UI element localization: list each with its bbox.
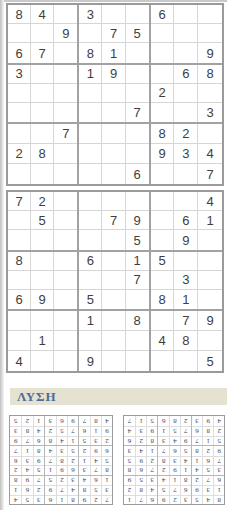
sudoku-grid-bottom-cell-r7c5[interactable] [102, 311, 125, 331]
sudoku-box: 869 [8, 252, 79, 312]
solution-grid-left-cell-r4c6: 1 [45, 465, 56, 474]
solution-grid-left-cell-r1c4: 8 [67, 495, 78, 504]
sudoku-grid-bottom-cell-r5c8[interactable]: 3 [174, 271, 198, 290]
sudoku-grid-bottom-cell-r2c7[interactable] [151, 211, 175, 230]
solution-grid-right-cell-r1c4: 3 [180, 495, 191, 504]
sudoku-grid-top-cell-r7c7[interactable]: 8 [151, 124, 175, 144]
sudoku-grid-top-cell-r6c4[interactable] [79, 103, 102, 122]
solution-grid-right-cell-r4c9: 8 [124, 465, 135, 474]
solution-grid-left-cell-r8c9: 3 [10, 426, 21, 436]
solution-grid-right-cell-r3c8: 5 [135, 476, 146, 485]
sudoku-grid-bottom-cell-r4c4[interactable]: 6 [79, 252, 102, 271]
sudoku-grid-top-cell-r3c3[interactable] [54, 43, 77, 62]
solution-grid-right-cell-r5c3: 1 [192, 456, 203, 465]
solution-grid-right-cell-r8c9: 4 [124, 426, 135, 436]
sudoku-grid-bottom-cell-r2c9[interactable]: 1 [198, 211, 222, 230]
sudoku-grid-bottom-cell-r2c5[interactable]: 7 [102, 211, 125, 230]
sudoku-grid-bottom-cell-r1c5[interactable] [102, 192, 125, 211]
sudoku-grid-bottom-cell-r1c8[interactable] [174, 192, 198, 211]
sudoku-grid-top-cell-r7c1[interactable] [8, 124, 31, 144]
sudoku-grid-top-cell-r3c4[interactable]: 8 [79, 43, 102, 62]
sudoku-grid-bottom-cell-r7c1[interactable] [8, 311, 31, 331]
solution-grid-right-cell-r7c5: 4 [169, 436, 180, 446]
sudoku-box: 4619 [151, 192, 222, 252]
solution-grid-left-cell-r5c1: 5 [101, 456, 112, 465]
solution-grid-left-cell-r5c6: 7 [45, 456, 56, 465]
sudoku-grid-top-cell-r5c2[interactable] [31, 84, 54, 103]
sudoku-grid-top-cell-r4c2[interactable] [31, 65, 54, 84]
solution-grid-right-cell-r9c6: 6 [158, 416, 169, 426]
solution-grid-right: 8451396723296758146714823593547619281924… [123, 415, 225, 505]
solution-grid-left-cell-r9c9: 5 [10, 416, 21, 426]
sudoku-grid-top-cell-r2c5[interactable]: 7 [102, 24, 125, 43]
solution-grid-left-cell-r3c1: 1 [101, 476, 112, 485]
sudoku-grid-bottom-cell-r8c8[interactable]: 8 [174, 331, 198, 351]
solution-grid-left-cell-r1c9: 4 [10, 495, 21, 504]
solution-grid-left-cell-r6c2: 9 [90, 446, 101, 455]
sudoku-grid-top-cell-r6c5[interactable] [102, 103, 125, 122]
sudoku-grid-bottom-cell-r3c9[interactable] [198, 230, 222, 249]
sudoku-grid-bottom-cell-r5c9[interactable] [198, 271, 222, 290]
sudoku-grid-bottom-cell-r8c7[interactable]: 4 [151, 331, 175, 351]
sudoku-grid-bottom-cell-r4c5[interactable] [102, 252, 125, 271]
solution-grid-right-cell-r6c4: 5 [180, 446, 191, 455]
solution-grid-right-cell-r8c1: 2 [213, 426, 224, 436]
solution-grid-left-cell-r2c1: 3 [101, 485, 112, 494]
sudoku-box: 79485 [151, 311, 222, 371]
sudoku-grid-top-cell-r3c5[interactable]: 1 [102, 43, 125, 62]
sudoku-grid-bottom-cell-r9c2[interactable] [31, 351, 54, 371]
sudoku-grid-bottom-cell-r6c7[interactable]: 8 [151, 290, 175, 309]
sudoku-grid-top-cell-r8c2[interactable]: 8 [31, 144, 54, 164]
sudoku-box: 691287534 [44, 445, 78, 474]
solution-grid-left-cell-r4c9: 2 [10, 465, 21, 474]
sudoku-grid-top-cell-r6c8[interactable] [174, 103, 198, 122]
solution-grid-right-cell-r2c7: 4 [146, 485, 157, 494]
solution-grid-right-cell-r2c6: 5 [158, 485, 169, 494]
sudoku-grid-bottom-cell-r3c7[interactable] [151, 230, 175, 249]
sudoku-grid-top-cell-r7c3[interactable]: 7 [54, 124, 77, 144]
sudoku-box: 542936817 [10, 445, 44, 474]
solution-grid-left-cell-r7c2: 3 [90, 436, 101, 446]
solution-grid-left-cell-r9c2: 8 [90, 416, 101, 426]
sudoku-grid-top-cell-r4c3[interactable] [54, 65, 77, 84]
sudoku-grid-bottom-cell-r6c4[interactable]: 5 [79, 290, 102, 309]
sudoku-grid-top-cell-r8c6[interactable] [126, 144, 149, 164]
solution-grid-right-cell-r7c9: 6 [124, 436, 135, 446]
sudoku-grid-bottom-cell-r8c3[interactable] [54, 331, 77, 351]
sudoku-grid-bottom-cell-r9c8[interactable] [174, 351, 198, 371]
sudoku-grid-top-cell-r8c7[interactable]: 9 [151, 144, 175, 164]
sudoku-grid-bottom-cell-r4c3[interactable] [54, 252, 77, 271]
solution-grid-right-cell-r9c1: 4 [213, 416, 224, 426]
solution-grid-left-cell-r1c5: 1 [56, 495, 67, 504]
sudoku-grid-top-cell-r9c7[interactable] [151, 164, 175, 184]
sudoku-grid-bottom-cell-r7c9[interactable]: 9 [198, 311, 222, 331]
solutions-title: ΛΥΣΗ [10, 389, 57, 405]
sudoku-grid-top-cell-r8c5[interactable] [102, 144, 125, 164]
sudoku-box: 6 [79, 124, 150, 184]
sudoku-grid-top-cell-r1c3[interactable] [54, 5, 77, 24]
sudoku-grid-top-cell-r8c4[interactable] [79, 144, 102, 164]
sudoku-grid-bottom-cell-r4c8[interactable] [174, 252, 198, 271]
sudoku-grid-bottom-cell-r6c9[interactable] [198, 290, 222, 309]
sudoku-grid-top-cell-r8c9[interactable]: 4 [198, 144, 222, 164]
solution-grid-right-cell-r4c8: 6 [135, 465, 146, 474]
solution-grid-right-cell-r8c2: 8 [202, 426, 213, 436]
sudoku-grid-top-cell-r9c5[interactable] [102, 164, 125, 184]
sudoku-box: 725 [8, 192, 79, 252]
solution-grid-right-cell-r2c3: 9 [192, 485, 203, 494]
solution-grid-right-cell-r9c4: 2 [180, 416, 191, 426]
sudoku-grid-bottom-cell-r6c6[interactable] [126, 290, 149, 309]
sudoku-grid-bottom-cell-r9c5[interactable] [102, 351, 125, 371]
sudoku-grid-bottom-cell-r2c2[interactable]: 5 [31, 211, 54, 230]
sudoku-grid-bottom-cell-r7c3[interactable] [54, 311, 77, 331]
sudoku-grid-bottom-cell-r8c5[interactable] [102, 331, 125, 351]
solution-grid-right-cell-r7c8: 2 [135, 436, 146, 446]
sudoku-grid-top-cell-r9c1[interactable] [8, 164, 31, 184]
sudoku-grid-top-cell-r7c2[interactable] [31, 124, 54, 144]
solution-grid-left-cell-r4c8: 4 [21, 465, 32, 474]
solution-grid-right-cell-r6c1: 9 [213, 446, 224, 455]
sudoku-grid-bottom-cell-r2c3[interactable] [54, 211, 77, 230]
solution-grid-right-cell-r5c5: 3 [169, 456, 180, 465]
sudoku-grid-bottom-cell-r6c1[interactable]: 6 [8, 290, 31, 309]
sudoku-grid-top-cell-r1c1[interactable]: 8 [8, 5, 31, 24]
sudoku-grid-top-cell-r2c6[interactable]: 5 [126, 24, 149, 43]
sudoku-grid-bottom-cell-r1c7[interactable] [151, 192, 175, 211]
sudoku-grid-bottom-cell-r4c6[interactable]: 1 [126, 252, 149, 271]
solution-grid-left-cell-r8c8: 8 [21, 426, 32, 436]
solution-grid-left-cell-r7c6: 8 [45, 436, 56, 446]
sudoku-grid-bottom-cell-r6c2[interactable]: 9 [31, 290, 54, 309]
solution-grid-right-cell-r1c6: 9 [158, 495, 169, 504]
sudoku-grid-top-cell-r5c9[interactable] [198, 84, 222, 103]
sudoku-grid-bottom-cell-r2c8[interactable]: 6 [174, 211, 198, 230]
solution-grid-left-cell-r5c8: 3 [21, 456, 32, 465]
sudoku-grid-top-cell-r6c3[interactable] [54, 103, 77, 122]
sudoku-grid-top-cell-r9c6[interactable]: 6 [126, 164, 149, 184]
sudoku-grid-bottom-cell-r1c9[interactable]: 4 [198, 192, 222, 211]
solution-grid-right-cell-r5c7: 2 [146, 456, 157, 465]
solution-grid-left-cell-r5c2: 4 [90, 456, 101, 465]
sudoku-grid-bottom-cell-r1c3[interactable] [54, 192, 77, 211]
sudoku-grid-bottom-cell-r9c9[interactable]: 5 [198, 351, 222, 371]
sudoku-box: 816479325 [44, 475, 78, 504]
sudoku-grid-top-cell-r8c8[interactable]: 3 [174, 144, 198, 164]
sudoku-grid-top-cell-r3c6[interactable] [126, 43, 149, 62]
sudoku-grid-top-cell-r1c4[interactable]: 3 [79, 5, 102, 24]
solution-grid-left-cell-r8c1: 9 [101, 426, 112, 436]
solution-grid-right-cell-r1c1: 8 [213, 495, 224, 504]
sudoku-box: 6823 [151, 65, 222, 125]
sudoku-grid-top-cell-r2c8[interactable] [174, 24, 198, 43]
sudoku-grid-top-cell-r3c7[interactable] [151, 43, 175, 62]
solution-grid-left-cell-r3c6: 5 [45, 476, 56, 485]
solution-grid-right-cell-r3c6: 4 [158, 476, 169, 485]
sudoku-grid-bottom-cell-r9c4[interactable]: 9 [79, 351, 102, 371]
solution-grid-right-cell-r1c7: 6 [146, 495, 157, 504]
sudoku-grid-top-cell-r9c2[interactable] [31, 164, 54, 184]
solution-grid-right-cell-r9c2: 9 [202, 416, 213, 426]
sudoku-grid-bottom-cell-r4c2[interactable] [31, 252, 54, 271]
sudoku-grid-bottom-cell-r8c4[interactable] [79, 331, 102, 351]
solution-grid-right-cell-r5c4: 4 [180, 456, 191, 465]
solution-grid-right-cell-r3c3: 2 [192, 476, 203, 485]
solution-grid-left-cell-r1c7: 3 [33, 495, 44, 504]
sudoku-grid-bottom-cell-r5c6[interactable]: 7 [126, 271, 149, 290]
sudoku-grid-top-cell-r4c4[interactable]: 1 [79, 65, 102, 84]
sudoku-box: 795 [79, 192, 150, 252]
solution-grid-left-cell-r4c1: 8 [101, 465, 112, 474]
sudoku-grid-top-cell-r4c7[interactable] [151, 65, 175, 84]
sudoku-grid-top-cell-r3c2[interactable]: 7 [31, 43, 54, 62]
sudoku-grid-bottom-cell-r1c2[interactable]: 2 [31, 192, 54, 211]
solution-grid-left-cell-r1c1: 7 [101, 495, 112, 504]
solution-grid-right-cell-r5c9: 5 [124, 456, 135, 465]
sudoku-box: 5381 [151, 252, 222, 312]
sudoku-grid-bottom-cell-r6c3[interactable] [54, 290, 77, 309]
sudoku-grid-top-cell-r1c5[interactable] [102, 5, 125, 24]
solution-grid-left-cell-r1c3: 9 [79, 495, 90, 504]
sudoku-grid-top-cell-r4c9[interactable]: 8 [198, 65, 222, 84]
sudoku-grid-top-cell-r1c7[interactable]: 6 [151, 5, 175, 24]
sudoku-grid-bottom-cell-r5c3[interactable] [54, 271, 77, 290]
sudoku-grid-bottom-cell-r3c8[interactable]: 9 [174, 230, 198, 249]
sudoku-grid-bottom-cell-r9c6[interactable] [126, 351, 149, 371]
sudoku-grid-top-cell-r2c3[interactable]: 9 [54, 24, 77, 43]
solution-grid-left-cell-r5c7: 9 [33, 456, 44, 465]
sudoku-box: 197 [79, 65, 150, 125]
sudoku-box: 829347 [151, 124, 222, 184]
solution-grid-right-cell-r3c2: 7 [202, 476, 213, 485]
sudoku-grid-top-cell-r7c5[interactable] [102, 124, 125, 144]
sudoku-grid-top-cell-r1c8[interactable] [174, 5, 198, 24]
sudoku-grid-top-cell-r2c7[interactable] [151, 24, 175, 43]
solution-grid-left-cell-r9c7: 1 [33, 416, 44, 426]
sudoku-grid-top-cell-r7c6[interactable] [126, 124, 149, 144]
sudoku-grid-top-cell-r5c3[interactable] [54, 84, 77, 103]
sudoku-grid-bottom-cell-r6c8[interactable]: 1 [174, 290, 198, 309]
solution-grid-right-cell-r6c9: 3 [124, 446, 135, 455]
sudoku-grid-bottom-cell-r2c1[interactable] [8, 211, 31, 230]
sudoku-grid-top-cell-r5c6[interactable] [126, 84, 149, 103]
solution-grid-left-cell-r2c6: 9 [45, 485, 56, 494]
sudoku-grid-top-cell-r9c8[interactable] [174, 164, 198, 184]
sudoku-grid-bottom-cell-r5c5[interactable] [102, 271, 125, 290]
sudoku-grid-top-cell-r1c9[interactable] [198, 5, 222, 24]
sudoku-grid-top-cell-r4c6[interactable] [126, 65, 149, 84]
sudoku-grid-top-cell-r4c1[interactable]: 3 [8, 65, 31, 84]
solution-grid-left-cell-r3c9: 8 [10, 476, 21, 485]
solution-grid-right-cell-r1c9: 1 [124, 495, 135, 504]
solution-grid-right-cell-r5c8: 9 [135, 456, 146, 465]
solution-grid-left-cell-r9c8: 2 [21, 416, 32, 426]
solution-grid-right-cell-r7c1: 5 [213, 436, 224, 446]
sudoku-grid-bottom-cell-r5c2[interactable] [31, 271, 54, 290]
sudoku-grid-top-cell-r6c6[interactable]: 7 [126, 103, 149, 122]
sudoku-box: 235916487 [78, 416, 112, 445]
sudoku-grid-bottom-cell-r7c8[interactable]: 7 [174, 311, 198, 331]
solution-grid-right-cell-r8c3: 6 [192, 426, 203, 436]
solution-grid-right-cell-r8c7: 9 [146, 426, 157, 436]
sudoku-box: 728 [8, 124, 79, 184]
solution-grid-right-cell-r6c3: 8 [192, 446, 203, 455]
solution-grid-left-cell-r8c3: 6 [79, 426, 90, 436]
solution-grid-right-cell-r2c1: 1 [213, 485, 224, 494]
sudoku-grid-bottom-cell-r6c5[interactable] [102, 290, 125, 309]
sudoku-grid-top-cell-r8c3[interactable] [54, 144, 77, 164]
sudoku-grid-bottom-cell-r7c4[interactable]: 1 [79, 311, 102, 331]
sudoku-grid-bottom[interactable]: 7257954619869617553811418979485 [6, 190, 224, 373]
sudoku-grid-top-cell-r5c5[interactable] [102, 84, 125, 103]
solution-grid-right-cell-r9c5: 8 [169, 416, 180, 426]
sudoku-grid-top-cell-r4c8[interactable]: 6 [174, 65, 198, 84]
sudoku-grid-top-cell-r6c2[interactable] [31, 103, 54, 122]
solution-grid-left-cell-r4c3: 3 [79, 465, 90, 474]
sudoku-grid-bottom-cell-r5c4[interactable] [79, 271, 102, 290]
sudoku-grid-bottom-cell-r3c2[interactable] [31, 230, 54, 249]
solution-grid-left-cell-r8c2: 1 [90, 426, 101, 436]
solution-grid-right-cell-r6c6: 7 [158, 446, 169, 455]
sudoku-grid-top-cell-r5c4[interactable] [79, 84, 102, 103]
sudoku-grid-bottom-cell-r9c3[interactable] [54, 351, 77, 371]
sudoku-grid-top-cell-r5c1[interactable] [8, 84, 31, 103]
sudoku-grid-top-cell-r2c9[interactable] [198, 24, 222, 43]
solution-grid-right-cell-r4c2: 5 [202, 465, 213, 474]
sudoku-grid-top-cell-r3c8[interactable] [174, 43, 198, 62]
sudoku-box: 679483125 [10, 416, 44, 445]
solution-grid-left-cell-r1c6: 6 [45, 495, 56, 504]
sudoku-grid-bottom-cell-r3c1[interactable] [8, 230, 31, 249]
sudoku-grid-bottom-cell-r7c7[interactable] [151, 311, 175, 331]
sudoku-grid-bottom-cell-r4c9[interactable] [198, 252, 222, 271]
solution-grid-right-cell-r9c7: 5 [146, 416, 157, 426]
solution-grid-left-cell-r2c3: 8 [79, 485, 90, 494]
solution-grid-right-cell-r7c3: 7 [192, 436, 203, 446]
sudoku-grid-bottom-cell-r3c6[interactable]: 5 [126, 230, 149, 249]
sudoku-grid-bottom-cell-r2c4[interactable] [79, 211, 102, 230]
sudoku-grid-top-cell-r9c3[interactable] [54, 164, 77, 184]
sudoku-grid-top-cell-r5c8[interactable] [174, 84, 198, 103]
solution-grid-left-cell-r6c9: 7 [10, 446, 21, 455]
sudoku-grid-top-cell-r9c4[interactable] [79, 164, 102, 184]
sudoku-grid-bottom-cell-r5c1[interactable] [8, 271, 31, 290]
solution-grid-right-cell-r6c8: 4 [135, 446, 146, 455]
sudoku-grid-bottom-cell-r7c6[interactable]: 8 [126, 311, 149, 331]
solution-grid-left-cell-r3c5: 2 [56, 476, 67, 485]
sudoku-box: 826934517 [124, 416, 157, 445]
sudoku-grid-top-cell-r7c8[interactable]: 2 [174, 124, 198, 144]
sudoku-grid-top-cell-r9c9[interactable]: 7 [198, 164, 222, 184]
solution-grid-left-cell-r2c9: 1 [10, 485, 21, 494]
solution-grid-right-cell-r5c6: 8 [158, 456, 169, 465]
sudoku-grid-top-cell-r6c1[interactable] [8, 103, 31, 122]
sudoku-grid-bottom-cell-r3c5[interactable] [102, 230, 125, 249]
sudoku-box: 148752963 [44, 416, 78, 445]
sudoku-grid-bottom-cell-r2c6[interactable]: 9 [126, 211, 149, 230]
solution-grid-left-cell-r8c5: 5 [56, 426, 67, 436]
sudoku-box: 943751286 [157, 416, 190, 445]
sudoku-grid-top-cell-r6c9[interactable]: 3 [198, 103, 222, 122]
solution-grid-left-cell-r2c5: 7 [56, 485, 67, 494]
sudoku-grid-top-cell-r3c1[interactable]: 6 [8, 43, 31, 62]
solution-grid-left-cell-r6c8: 1 [21, 446, 32, 455]
sudoku-grid-bottom-cell-r4c1[interactable]: 8 [8, 252, 31, 271]
sudoku-grid-bottom-cell-r3c4[interactable] [79, 230, 102, 249]
solution-grid-left-cell-r7c5: 4 [56, 436, 67, 446]
solution-grid-right-cell-r8c8: 3 [135, 426, 146, 436]
sudoku-grid-bottom-cell-r8c1[interactable] [8, 331, 31, 351]
solution-grid-left-cell-r6c7: 8 [33, 446, 44, 455]
solution-grid-left-cell-r7c4: 1 [67, 436, 78, 446]
sudoku-grid-bottom-cell-r4c7[interactable]: 5 [151, 252, 175, 271]
solution-grid-right-cell-r8c4: 7 [180, 426, 191, 436]
sudoku-grid-bottom-cell-r8c2[interactable]: 1 [31, 331, 54, 351]
sudoku-box: 69 [151, 5, 222, 65]
sudoku-grid-top-cell-r1c6[interactable] [126, 5, 149, 24]
sudoku-grid-bottom-cell-r5c7[interactable] [151, 271, 175, 290]
solution-grid-left-cell-r4c2: 7 [90, 465, 101, 474]
solution-grid-left-cell-r7c8: 7 [21, 436, 32, 446]
sudoku-grid-bottom-cell-r1c6[interactable] [126, 192, 149, 211]
solution-grid-left-cell-r3c8: 9 [21, 476, 32, 485]
solution-grid-right-cell-r5c2: 6 [202, 456, 213, 465]
sudoku-grid-bottom-cell-r7c2[interactable] [31, 311, 54, 331]
solution-grid-right-cell-r5c1: 7 [213, 456, 224, 465]
sudoku-grid-top-cell-r7c9[interactable] [198, 124, 222, 144]
sudoku-grid-bottom-cell-r8c9[interactable] [198, 331, 222, 351]
sudoku-grid-top-cell-r4c5[interactable]: 9 [102, 65, 125, 84]
sudoku-grid-top[interactable]: 849673758169319768237286829347 [6, 3, 224, 186]
sudoku-grid-top-cell-r1c2[interactable]: 4 [31, 5, 54, 24]
sudoku-grid-bottom-cell-r8c6[interactable] [126, 331, 149, 351]
solution-grid-right-cell-r8c6: 1 [158, 426, 169, 436]
solution-grid-left-cell-r4c4: 6 [67, 465, 78, 474]
sudoku-grid-top-cell-r6c7[interactable] [151, 103, 175, 122]
solution-grid-left-cell-r7c3: 5 [79, 436, 90, 446]
sudoku-grid-bottom-cell-r3c3[interactable] [54, 230, 77, 249]
solution-grid-right-cell-r1c3: 5 [192, 495, 203, 504]
sudoku-grid-bottom-cell-r9c7[interactable] [151, 351, 175, 371]
solution-grid-left-cell-r6c6: 4 [45, 446, 56, 455]
solution-grid-left-cell-r5c9: 6 [10, 456, 21, 465]
solution-grid-left-cell-r9c5: 6 [56, 416, 67, 426]
sudoku-grid-top-cell-r2c1[interactable] [8, 24, 31, 43]
sudoku-grid-top-cell-r2c4[interactable] [79, 24, 102, 43]
sudoku-grid-bottom-cell-r1c1[interactable]: 7 [8, 192, 31, 211]
solution-grid-right-cell-r4c3: 4 [192, 465, 203, 474]
solution-grid-left-cell-r7c7: 6 [33, 436, 44, 446]
sudoku-grid-top-cell-r7c4[interactable] [79, 124, 102, 144]
solution-grid-right-cell-r1c2: 4 [202, 495, 213, 504]
sudoku-grid-bottom-cell-r9c1[interactable]: 4 [8, 351, 31, 371]
solution-grid-right-cell-r8c5: 5 [169, 426, 180, 436]
sudoku-grid-top-cell-r8c1[interactable]: 2 [8, 144, 31, 164]
sudoku-grid-top-cell-r3c9[interactable]: 9 [198, 43, 222, 62]
solution-grid-right-cell-r3c5: 1 [169, 476, 180, 485]
solution-grid-left-cell-r5c3: 1 [79, 456, 90, 465]
sudoku-grid-top-cell-r2c2[interactable] [31, 24, 54, 43]
solution-grid-right-cell-r9c8: 1 [135, 416, 146, 426]
sudoku-grid-bottom-cell-r1c4[interactable] [79, 192, 102, 211]
solution-grid-left-cell-r7c9: 9 [10, 436, 21, 446]
solution-grid-left-cell-r6c3: 2 [79, 446, 90, 455]
sudoku-box: 14 [8, 311, 79, 371]
sudoku-grid-top-cell-r5c7[interactable]: 2 [151, 84, 175, 103]
solution-grid-left-cell-r6c4: 5 [67, 446, 78, 455]
